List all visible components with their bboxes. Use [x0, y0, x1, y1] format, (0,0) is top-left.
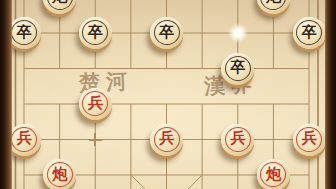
black-soldier[interactable]: 卒	[79, 17, 112, 49]
piece-face: 兵	[293, 124, 326, 156]
piece-face: 卒	[79, 17, 112, 49]
black-soldier[interactable]: 卒	[150, 17, 183, 49]
red-soldier[interactable]: 兵	[79, 88, 112, 120]
board-frame-left	[0, 0, 12, 189]
black-cannon[interactable]: 炮	[43, 0, 76, 14]
piece-character: 兵	[79, 88, 112, 120]
piece-face: 兵	[8, 124, 41, 156]
red-cannon[interactable]: 炮	[43, 159, 76, 189]
piece-character: 炮	[43, 159, 76, 189]
piece-character: 卒	[221, 53, 254, 85]
piece-character: 卒	[150, 17, 183, 49]
piece-face: 卒	[150, 17, 183, 49]
piece-face: 兵	[150, 124, 183, 156]
red-cannon[interactable]: 炮	[257, 159, 290, 189]
piece-character: 兵	[8, 124, 41, 156]
piece-character: 卒	[293, 17, 326, 49]
piece-character: 炮	[257, 0, 290, 14]
piece-character: 兵	[221, 124, 254, 156]
piece-face: 炮	[43, 0, 76, 14]
black-soldier[interactable]: 卒	[8, 17, 41, 49]
red-soldier[interactable]: 兵	[293, 124, 326, 156]
piece-face: 卒	[8, 17, 41, 49]
piece-character: 炮	[257, 159, 290, 189]
black-soldier[interactable]: 卒	[293, 17, 326, 49]
piece-character: 兵	[150, 124, 183, 156]
red-soldier[interactable]: 兵	[221, 124, 254, 156]
piece-face: 炮	[257, 159, 290, 189]
piece-face: 兵	[221, 124, 254, 156]
board-frame-right	[325, 0, 336, 189]
xiangqi-app-screen: 楚河 漢界 炮炮卒卒卒卒卒兵兵兵兵兵炮炮	[0, 0, 336, 189]
piece-character: 兵	[293, 124, 326, 156]
black-cannon[interactable]: 炮	[257, 0, 290, 14]
piece-face: 卒	[293, 17, 326, 49]
piece-character: 炮	[43, 0, 76, 14]
piece-face: 卒	[221, 53, 254, 85]
board-surface[interactable]: 楚河 漢界 炮炮卒卒卒卒卒兵兵兵兵兵炮炮	[0, 0, 336, 189]
piece-face: 兵	[79, 88, 112, 120]
piece-face: 炮	[43, 159, 76, 189]
piece-character: 卒	[79, 17, 112, 49]
black-soldier[interactable]: 卒	[221, 53, 254, 85]
piece-character: 卒	[8, 17, 41, 49]
last-move-origin-glow	[228, 23, 248, 43]
vacated-point-marker	[89, 133, 102, 146]
red-soldier[interactable]: 兵	[150, 124, 183, 156]
red-soldier[interactable]: 兵	[8, 124, 41, 156]
piece-face: 炮	[257, 0, 290, 14]
